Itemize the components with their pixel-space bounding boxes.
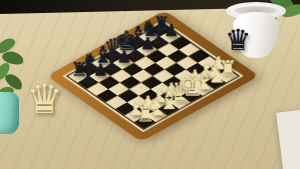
black-queen-glyph: ♛ [225,26,251,55]
plant-pot [0,92,19,134]
extra-black-queen: ♛ [225,26,251,55]
white-queen-glyph: ♛ [26,79,63,120]
extra-white-queen: ♛ [26,79,63,120]
chess-set-photo: ♜♞♝♛♚♝♞♜♟♟♟♟♟♟♟♟♟♟♟♟♟♟♟♟♜♞♝♛♚♝♞♜ ♛ ♛ [0,0,300,169]
